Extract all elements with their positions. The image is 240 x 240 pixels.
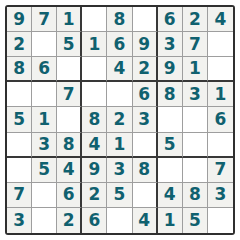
- sudoku-cell[interactable]: 5: [107, 183, 132, 208]
- sudoku-cell[interactable]: 7: [57, 82, 82, 107]
- sudoku-cell[interactable]: 3: [158, 32, 183, 57]
- sudoku-cell[interactable]: [82, 82, 107, 107]
- sudoku-cell[interactable]: 3: [208, 183, 233, 208]
- sudoku-cell[interactable]: 3: [133, 107, 158, 132]
- sudoku-cell[interactable]: 6: [133, 82, 158, 107]
- sudoku-cell[interactable]: 6: [158, 7, 183, 32]
- sudoku-cell[interactable]: 4: [57, 158, 82, 183]
- sudoku-cell[interactable]: 1: [82, 32, 107, 57]
- sudoku-cell[interactable]: 6: [107, 32, 132, 57]
- sudoku-cell[interactable]: [32, 183, 57, 208]
- sudoku-cell[interactable]: 2: [183, 7, 208, 32]
- sudoku-cell[interactable]: [7, 82, 32, 107]
- sudoku-cell[interactable]: 2: [133, 57, 158, 82]
- sudoku-cell[interactable]: 1: [158, 208, 183, 233]
- sudoku-cell[interactable]: [7, 133, 32, 158]
- sudoku-cell[interactable]: [208, 57, 233, 82]
- sudoku-cell[interactable]: 9: [7, 7, 32, 32]
- sudoku-cell[interactable]: [57, 57, 82, 82]
- sudoku-cell[interactable]: 4: [107, 57, 132, 82]
- sudoku-cell[interactable]: [208, 32, 233, 57]
- sudoku-cell[interactable]: 8: [183, 183, 208, 208]
- sudoku-cell[interactable]: 5: [32, 158, 57, 183]
- sudoku-cell[interactable]: 6: [32, 57, 57, 82]
- sudoku-cell[interactable]: [32, 208, 57, 233]
- sudoku-cell[interactable]: 5: [7, 107, 32, 132]
- sudoku-cell[interactable]: 7: [208, 158, 233, 183]
- sudoku-cell[interactable]: [133, 7, 158, 32]
- sudoku-cell[interactable]: [133, 183, 158, 208]
- sudoku-cell[interactable]: [82, 57, 107, 82]
- sudoku-cell[interactable]: 7: [183, 32, 208, 57]
- sudoku-cell[interactable]: 2: [57, 208, 82, 233]
- sudoku-cell[interactable]: 3: [7, 208, 32, 233]
- sudoku-cell[interactable]: 3: [32, 133, 57, 158]
- sudoku-cell[interactable]: 8: [107, 7, 132, 32]
- sudoku-cell[interactable]: [107, 82, 132, 107]
- sudoku-cell[interactable]: 9: [82, 158, 107, 183]
- sudoku-cell[interactable]: 1: [208, 82, 233, 107]
- sudoku-cell[interactable]: 3: [183, 82, 208, 107]
- sudoku-cell[interactable]: 1: [107, 133, 132, 158]
- sudoku-cell[interactable]: 9: [133, 32, 158, 57]
- sudoku-cell[interactable]: [183, 107, 208, 132]
- sudoku-cell[interactable]: 1: [183, 57, 208, 82]
- sudoku-cell[interactable]: 2: [82, 183, 107, 208]
- sudoku-cell[interactable]: 6: [57, 183, 82, 208]
- sudoku-cell[interactable]: 6: [208, 107, 233, 132]
- sudoku-cell[interactable]: 4: [158, 183, 183, 208]
- sudoku-cell[interactable]: 3: [107, 158, 132, 183]
- sudoku-cell[interactable]: 5: [183, 208, 208, 233]
- sudoku-cell[interactable]: 7: [7, 183, 32, 208]
- sudoku-cell[interactable]: 1: [32, 107, 57, 132]
- sudoku-cell[interactable]: [57, 107, 82, 132]
- sudoku-cell[interactable]: [107, 208, 132, 233]
- sudoku-cell[interactable]: 2: [7, 32, 32, 57]
- sudoku-cell[interactable]: 8: [158, 82, 183, 107]
- sudoku-cell[interactable]: [82, 7, 107, 32]
- sudoku-cell[interactable]: 7: [32, 7, 57, 32]
- sudoku-cell[interactable]: 8: [133, 158, 158, 183]
- sudoku-cell[interactable]: 4: [133, 208, 158, 233]
- sudoku-cell[interactable]: 2: [107, 107, 132, 132]
- sudoku-cell[interactable]: 5: [57, 32, 82, 57]
- sudoku-cell[interactable]: [133, 133, 158, 158]
- sudoku-cell[interactable]: [32, 32, 57, 57]
- sudoku-cell[interactable]: 8: [82, 107, 107, 132]
- sudoku-cell[interactable]: [7, 158, 32, 183]
- sudoku-cell[interactable]: [208, 133, 233, 158]
- sudoku-cell[interactable]: 8: [57, 133, 82, 158]
- sudoku-cell[interactable]: 5: [158, 133, 183, 158]
- sudoku-cell[interactable]: [158, 107, 183, 132]
- sudoku-cell[interactable]: [183, 158, 208, 183]
- sudoku-cell[interactable]: 4: [82, 133, 107, 158]
- sudoku-cell[interactable]: 9: [158, 57, 183, 82]
- sudoku-cell[interactable]: 1: [57, 7, 82, 32]
- sudoku-cell[interactable]: [32, 82, 57, 107]
- sudoku-cell[interactable]: 8: [7, 57, 32, 82]
- sudoku-cell[interactable]: 4: [208, 7, 233, 32]
- sudoku-board: 9718624251693786429176831518236384155493…: [5, 5, 235, 235]
- sudoku-cell[interactable]: [183, 133, 208, 158]
- sudoku-cell[interactable]: [158, 158, 183, 183]
- sudoku-cell[interactable]: 6: [82, 208, 107, 233]
- sudoku-cell[interactable]: [208, 208, 233, 233]
